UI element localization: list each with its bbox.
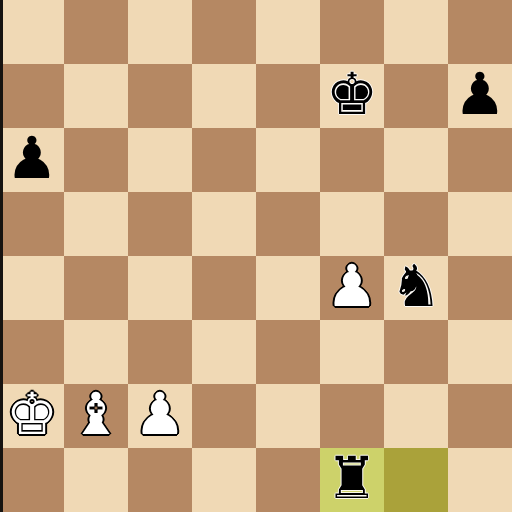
square-f7[interactable]: ♚ [320,64,384,128]
square-b2[interactable]: ♝ [64,384,128,448]
square-h1[interactable] [448,448,512,512]
square-e7[interactable] [256,64,320,128]
black-pawn-h7[interactable]: ♟ [454,62,506,126]
square-b6[interactable] [64,128,128,192]
square-e8[interactable] [256,0,320,64]
square-g4[interactable]: ♞ [384,256,448,320]
square-f5[interactable] [320,192,384,256]
square-b1[interactable] [64,448,128,512]
square-d1[interactable] [192,448,256,512]
square-f3[interactable] [320,320,384,384]
square-f2[interactable] [320,384,384,448]
square-c1[interactable] [128,448,192,512]
black-pawn-a6[interactable]: ♟ [6,126,58,190]
square-c8[interactable] [128,0,192,64]
square-a2[interactable]: ♚ [0,384,64,448]
square-a5[interactable] [0,192,64,256]
square-b7[interactable] [64,64,128,128]
square-c7[interactable] [128,64,192,128]
square-b3[interactable] [64,320,128,384]
square-b8[interactable] [64,0,128,64]
square-g8[interactable] [384,0,448,64]
square-e6[interactable] [256,128,320,192]
square-c5[interactable] [128,192,192,256]
square-d3[interactable] [192,320,256,384]
square-e1[interactable] [256,448,320,512]
square-f4[interactable]: ♟ [320,256,384,320]
square-c6[interactable] [128,128,192,192]
white-bishop-b2[interactable]: ♝ [70,382,122,446]
square-a3[interactable] [0,320,64,384]
square-a1[interactable] [0,448,64,512]
square-f6[interactable] [320,128,384,192]
square-h8[interactable] [448,0,512,64]
square-e2[interactable] [256,384,320,448]
white-pawn-f4[interactable]: ♟ [326,254,378,318]
black-knight-g4[interactable]: ♞ [390,254,442,318]
square-e4[interactable] [256,256,320,320]
square-a7[interactable] [0,64,64,128]
square-a6[interactable]: ♟ [0,128,64,192]
square-g2[interactable] [384,384,448,448]
square-g6[interactable] [384,128,448,192]
square-h4[interactable] [448,256,512,320]
square-d5[interactable] [192,192,256,256]
square-h3[interactable] [448,320,512,384]
square-b4[interactable] [64,256,128,320]
square-d2[interactable] [192,384,256,448]
white-king-a2[interactable]: ♚ [6,382,58,446]
white-pawn-c2[interactable]: ♟ [134,382,186,446]
square-d8[interactable] [192,0,256,64]
black-king-f7[interactable]: ♚ [326,62,378,126]
square-b5[interactable] [64,192,128,256]
square-e3[interactable] [256,320,320,384]
square-g1[interactable] [384,448,448,512]
square-h7[interactable]: ♟ [448,64,512,128]
square-d6[interactable] [192,128,256,192]
square-c3[interactable] [128,320,192,384]
square-f1[interactable]: ♜ [320,448,384,512]
square-g7[interactable] [384,64,448,128]
square-a8[interactable] [0,0,64,64]
chess-board: ♚♟♟♟♞♚♝♟♜ [0,0,512,512]
square-c4[interactable] [128,256,192,320]
chess-board-wrapper: ♚♟♟♟♞♚♝♟♜ [0,0,512,512]
square-a4[interactable] [0,256,64,320]
square-c2[interactable]: ♟ [128,384,192,448]
square-h5[interactable] [448,192,512,256]
square-g5[interactable] [384,192,448,256]
square-e5[interactable] [256,192,320,256]
square-d4[interactable] [192,256,256,320]
square-f8[interactable] [320,0,384,64]
square-d7[interactable] [192,64,256,128]
square-g3[interactable] [384,320,448,384]
square-h2[interactable] [448,384,512,448]
square-h6[interactable] [448,128,512,192]
black-rook-f1[interactable]: ♜ [326,446,378,510]
